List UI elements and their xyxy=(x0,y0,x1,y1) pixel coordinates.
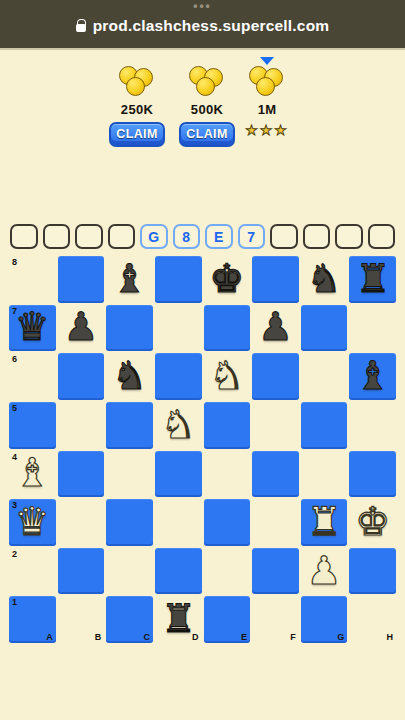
square-g6[interactable] xyxy=(300,352,349,401)
square-e1[interactable]: E xyxy=(203,595,252,644)
claim-button-250k[interactable]: CLAIM xyxy=(109,122,165,147)
square-c1[interactable]: C xyxy=(105,595,154,644)
square-g2[interactable]: ♟ xyxy=(300,547,349,596)
square-f7[interactable]: ♟ xyxy=(251,304,300,353)
square-c2[interactable] xyxy=(105,547,154,596)
square-f1[interactable]: F xyxy=(251,595,300,644)
piece-white-rook[interactable]: ♜ xyxy=(307,502,342,541)
reward-250k: 250K CLAIM xyxy=(102,66,172,147)
square-d4[interactable] xyxy=(154,450,203,499)
piece-black-knight[interactable]: ♞ xyxy=(307,259,342,298)
address-bar[interactable]: prod.clashchess.supercell.com xyxy=(0,17,405,35)
square-e7[interactable] xyxy=(203,304,252,353)
square-c8[interactable]: ♝ xyxy=(105,255,154,304)
rank-label-7: 7 xyxy=(12,306,17,316)
square-e5[interactable] xyxy=(203,401,252,450)
move-tile-empty[interactable] xyxy=(10,224,38,249)
square-e3[interactable] xyxy=(203,498,252,547)
square-e8[interactable]: ♚ xyxy=(203,255,252,304)
reward-amount: 250K xyxy=(102,102,172,117)
square-c6[interactable]: ♞ xyxy=(105,352,154,401)
piece-black-knight[interactable]: ♞ xyxy=(112,356,147,395)
square-h6[interactable]: ♝ xyxy=(348,352,397,401)
piece-white-king[interactable]: ♚ xyxy=(355,502,390,541)
rank-label-1: 1 xyxy=(12,597,17,607)
file-label-c: C xyxy=(143,632,150,642)
reward-amount: 1M xyxy=(232,102,302,117)
file-label-f: F xyxy=(290,632,296,642)
square-g7[interactable] xyxy=(300,304,349,353)
coins-icon xyxy=(248,66,286,98)
square-h3[interactable]: ♚ xyxy=(348,498,397,547)
url-text: prod.clashchess.supercell.com xyxy=(93,17,330,35)
square-h1[interactable]: H xyxy=(348,595,397,644)
piece-black-pawn[interactable]: ♟ xyxy=(258,307,293,346)
square-a1[interactable]: 1A xyxy=(8,595,57,644)
square-f5[interactable] xyxy=(251,401,300,450)
piece-black-pawn[interactable]: ♟ xyxy=(63,307,98,346)
grabber-dots: ••• xyxy=(0,0,405,11)
square-b3[interactable] xyxy=(57,498,106,547)
square-d7[interactable] xyxy=(154,304,203,353)
square-a5[interactable]: 5 xyxy=(8,401,57,450)
square-a7[interactable]: 7♛ xyxy=(8,304,57,353)
square-e6[interactable]: ♞ xyxy=(203,352,252,401)
chess-board: 8♝♚♞♜7♛♟♟6♞♞♝5♞4♝3♛♜♚2♟1ABCD♜EFGH xyxy=(8,255,397,644)
move-tile-empty[interactable] xyxy=(75,224,103,249)
move-tile-e[interactable]: E xyxy=(205,224,233,249)
browser-bar: ••• prod.clashchess.supercell.com xyxy=(0,0,405,50)
square-h7[interactable] xyxy=(348,304,397,353)
move-tile-empty[interactable] xyxy=(368,224,396,249)
square-b7[interactable]: ♟ xyxy=(57,304,106,353)
square-a3[interactable]: 3♛ xyxy=(8,498,57,547)
piece-white-knight[interactable]: ♞ xyxy=(209,356,244,395)
file-label-e: E xyxy=(241,632,247,642)
square-b5[interactable] xyxy=(57,401,106,450)
square-e2[interactable] xyxy=(203,547,252,596)
piece-black-bishop[interactable]: ♝ xyxy=(112,259,147,298)
square-f6[interactable] xyxy=(251,352,300,401)
square-d3[interactable] xyxy=(154,498,203,547)
square-g3[interactable]: ♜ xyxy=(300,498,349,547)
move-tile-empty[interactable] xyxy=(303,224,331,249)
stars-rating: ★★★ xyxy=(232,122,302,138)
coins-icon xyxy=(188,66,226,98)
move-tile-empty[interactable] xyxy=(270,224,298,249)
square-b4[interactable] xyxy=(57,450,106,499)
file-label-g: G xyxy=(337,632,344,642)
rank-label-6: 6 xyxy=(12,354,17,364)
rank-label-5: 5 xyxy=(12,403,17,413)
square-b1[interactable]: B xyxy=(57,595,106,644)
piece-black-queen[interactable]: ♛ xyxy=(15,307,50,346)
square-f3[interactable] xyxy=(251,498,300,547)
square-a2[interactable]: 2 xyxy=(8,547,57,596)
square-c4[interactable] xyxy=(105,450,154,499)
square-e4[interactable] xyxy=(203,450,252,499)
square-g4[interactable] xyxy=(300,450,349,499)
piece-white-knight[interactable]: ♞ xyxy=(161,405,196,444)
square-g1[interactable]: G xyxy=(300,595,349,644)
square-d8[interactable] xyxy=(154,255,203,304)
claim-button-500k[interactable]: CLAIM xyxy=(179,122,235,147)
square-d6[interactable] xyxy=(154,352,203,401)
move-tile-empty[interactable] xyxy=(335,224,363,249)
piece-white-bishop[interactable]: ♝ xyxy=(15,453,50,492)
piece-black-rook[interactable]: ♜ xyxy=(355,259,390,298)
square-d1[interactable]: D♜ xyxy=(154,595,203,644)
piece-white-pawn[interactable]: ♟ xyxy=(307,551,342,590)
square-f8[interactable] xyxy=(251,255,300,304)
piece-white-queen[interactable]: ♛ xyxy=(15,502,50,541)
square-b2[interactable] xyxy=(57,547,106,596)
piece-black-bishop[interactable]: ♝ xyxy=(355,356,390,395)
square-h5[interactable] xyxy=(348,401,397,450)
move-tile-empty[interactable] xyxy=(43,224,71,249)
move-tile-empty[interactable] xyxy=(108,224,136,249)
square-a6[interactable]: 6 xyxy=(8,352,57,401)
square-h4[interactable] xyxy=(348,450,397,499)
square-b6[interactable] xyxy=(57,352,106,401)
square-c5[interactable] xyxy=(105,401,154,450)
lock-icon xyxy=(76,24,86,32)
square-f2[interactable] xyxy=(251,547,300,596)
square-g8[interactable]: ♞ xyxy=(300,255,349,304)
chevron-down-icon xyxy=(260,57,274,65)
piece-black-king[interactable]: ♚ xyxy=(209,259,244,298)
square-h2[interactable] xyxy=(348,547,397,596)
square-f4[interactable] xyxy=(251,450,300,499)
rank-label-8: 8 xyxy=(12,257,17,267)
rank-label-4: 4 xyxy=(12,452,17,462)
rank-label-3: 3 xyxy=(12,500,17,510)
square-h8[interactable]: ♜ xyxy=(348,255,397,304)
move-tile-g[interactable]: G xyxy=(140,224,168,249)
file-label-a: A xyxy=(46,632,53,642)
reward-1m: 1M ★★★ xyxy=(232,66,302,138)
coins-icon xyxy=(118,66,156,98)
move-tile-7[interactable]: 7 xyxy=(238,224,266,249)
square-a4[interactable]: 4♝ xyxy=(8,450,57,499)
square-c7[interactable] xyxy=(105,304,154,353)
piece-black-rook[interactable]: ♜ xyxy=(161,599,196,638)
square-a8[interactable]: 8 xyxy=(8,255,57,304)
move-tiles-row: G8E7 xyxy=(10,224,395,249)
file-label-b: B xyxy=(95,632,102,642)
square-d2[interactable] xyxy=(154,547,203,596)
square-g5[interactable] xyxy=(300,401,349,450)
square-b8[interactable] xyxy=(57,255,106,304)
square-c3[interactable] xyxy=(105,498,154,547)
square-d5[interactable]: ♞ xyxy=(154,401,203,450)
move-tile-8[interactable]: 8 xyxy=(173,224,201,249)
file-label-h: H xyxy=(387,632,394,642)
file-label-d: D xyxy=(192,632,199,642)
rank-label-2: 2 xyxy=(12,549,17,559)
